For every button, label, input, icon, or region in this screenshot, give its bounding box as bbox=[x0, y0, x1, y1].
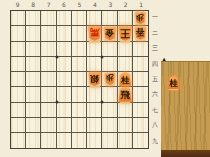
cell-16[interactable] bbox=[133, 87, 148, 103]
cell-72[interactable] bbox=[41, 26, 56, 42]
piece-kanji: 歩 bbox=[136, 14, 144, 23]
cell-69[interactable] bbox=[57, 133, 72, 148]
cell-52[interactable] bbox=[72, 26, 87, 42]
cell-44[interactable] bbox=[87, 57, 102, 72]
cell-93[interactable] bbox=[11, 42, 26, 57]
cell-51[interactable] bbox=[72, 11, 87, 26]
piece-kanji: 王 bbox=[120, 28, 130, 40]
piece-kanji: 香 bbox=[136, 28, 145, 38]
rank-label-4: 四 bbox=[150, 56, 160, 71]
cell-54[interactable] bbox=[72, 57, 87, 72]
cell-49[interactable] bbox=[87, 133, 102, 148]
cell-88[interactable] bbox=[26, 118, 41, 133]
cell-43[interactable] bbox=[87, 42, 102, 57]
piece-silver-4五[interactable]: 銀 bbox=[88, 72, 102, 87]
cell-98[interactable] bbox=[11, 118, 26, 133]
file-label-4: 4 bbox=[87, 0, 102, 9]
cell-96[interactable] bbox=[11, 87, 26, 103]
cell-68[interactable] bbox=[57, 118, 72, 133]
cell-56[interactable] bbox=[72, 87, 87, 103]
cell-67[interactable] bbox=[57, 103, 72, 118]
piece-rook-2六[interactable]: 飛 bbox=[118, 87, 133, 103]
piece-kanji: 銀 bbox=[90, 74, 99, 85]
cell-14[interactable] bbox=[133, 57, 148, 72]
cell-21[interactable] bbox=[118, 11, 133, 26]
piece-kanji: 歩 bbox=[106, 74, 114, 83]
piece-gold-3二[interactable]: 金 bbox=[103, 27, 117, 42]
piece-face: 飛 bbox=[118, 87, 133, 102]
file-label-2: 2 bbox=[118, 0, 133, 9]
cell-53[interactable] bbox=[72, 42, 87, 57]
piece-king-2二[interactable]: 王 bbox=[118, 26, 133, 42]
cell-37[interactable] bbox=[102, 103, 117, 118]
cell-24[interactable] bbox=[118, 57, 133, 72]
cell-36[interactable] bbox=[102, 87, 117, 103]
cell-84[interactable] bbox=[26, 57, 41, 72]
rank-label-1: 一 bbox=[150, 10, 160, 25]
cell-63[interactable] bbox=[57, 42, 72, 57]
cell-64[interactable] bbox=[57, 57, 72, 72]
cell-33[interactable] bbox=[102, 42, 117, 57]
file-label-8: 8 bbox=[25, 0, 40, 9]
cell-59[interactable] bbox=[72, 133, 87, 148]
hand-pieces: 桂 bbox=[167, 76, 180, 90]
cell-97[interactable] bbox=[11, 103, 26, 118]
file-label-3: 3 bbox=[103, 0, 118, 9]
cell-73[interactable] bbox=[41, 42, 56, 57]
piece-promoted-bishop-4二[interactable]: 馬 bbox=[87, 26, 102, 42]
cell-41[interactable] bbox=[87, 11, 102, 26]
cell-19[interactable] bbox=[133, 133, 148, 148]
cell-76[interactable] bbox=[41, 87, 56, 103]
cell-87[interactable] bbox=[26, 103, 41, 118]
rank-label-9: 九 bbox=[150, 134, 160, 149]
piece-kanji: 桂 bbox=[121, 74, 130, 84]
cell-83[interactable] bbox=[26, 42, 41, 57]
file-label-7: 7 bbox=[41, 0, 56, 9]
cell-99[interactable] bbox=[11, 133, 26, 148]
cell-61[interactable] bbox=[57, 11, 72, 26]
cell-13[interactable] bbox=[133, 42, 148, 57]
cell-79[interactable] bbox=[41, 133, 56, 148]
rank-label-3: 三 bbox=[150, 41, 160, 56]
cell-58[interactable] bbox=[72, 118, 87, 133]
file-label-5: 5 bbox=[72, 0, 87, 9]
piece-knight-2五[interactable]: 桂 bbox=[119, 72, 132, 86]
file-label-9: 9 bbox=[10, 0, 25, 9]
piece-kanji: 飛 bbox=[120, 89, 130, 100]
file-labels: 9 8 7 6 5 4 3 2 1 bbox=[10, 0, 149, 9]
rank-label-7: 七 bbox=[150, 103, 160, 118]
cell-78[interactable] bbox=[41, 118, 56, 133]
cell-65[interactable] bbox=[57, 72, 72, 87]
cell-71[interactable] bbox=[41, 11, 56, 26]
cell-17[interactable] bbox=[133, 103, 148, 118]
cell-92[interactable] bbox=[11, 26, 26, 42]
cell-46[interactable] bbox=[87, 87, 102, 103]
komadai-front-edge bbox=[161, 150, 210, 157]
cell-34[interactable] bbox=[102, 57, 117, 72]
cell-66[interactable] bbox=[57, 87, 72, 103]
cell-95[interactable] bbox=[11, 72, 26, 87]
piece-knight[interactable]: 桂 bbox=[167, 76, 180, 90]
file-label-6: 6 bbox=[56, 0, 71, 9]
cell-89[interactable] bbox=[26, 133, 41, 148]
cell-27[interactable] bbox=[118, 103, 133, 118]
shogi-board: 歩馬金王香銀歩桂飛 bbox=[10, 10, 149, 149]
cell-75[interactable] bbox=[41, 72, 56, 87]
komadai-piece-stand: 桂 bbox=[161, 61, 210, 157]
cell-39[interactable] bbox=[102, 133, 117, 148]
board-area: 歩馬金王香銀歩桂飛 bbox=[10, 10, 149, 149]
cell-48[interactable] bbox=[87, 118, 102, 133]
cell-85[interactable] bbox=[26, 72, 41, 87]
rank-label-5: 五 bbox=[150, 72, 160, 87]
cell-94[interactable] bbox=[11, 57, 26, 72]
piece-kanji: 馬 bbox=[90, 28, 100, 39]
cell-57[interactable] bbox=[72, 103, 87, 118]
piece-face: 桂 bbox=[167, 76, 180, 89]
cell-77[interactable] bbox=[41, 103, 56, 118]
cell-31[interactable] bbox=[102, 11, 117, 26]
rank-label-6: 六 bbox=[150, 87, 160, 102]
cell-28[interactable] bbox=[118, 118, 133, 133]
piece-kanji: 金 bbox=[105, 28, 114, 39]
cell-62[interactable] bbox=[57, 26, 72, 42]
cell-82[interactable] bbox=[26, 26, 41, 42]
cell-47[interactable] bbox=[87, 103, 102, 118]
cell-29[interactable] bbox=[118, 133, 133, 148]
rank-label-2: 二 bbox=[150, 25, 160, 40]
cell-18[interactable] bbox=[133, 118, 148, 133]
piece-face: 桂 bbox=[119, 72, 132, 85]
cell-81[interactable] bbox=[26, 11, 41, 26]
cell-86[interactable] bbox=[26, 87, 41, 103]
piece-kanji: 桂 bbox=[169, 78, 178, 88]
piece-pawn-1一[interactable]: 歩 bbox=[135, 12, 147, 25]
piece-lance-1二[interactable]: 香 bbox=[134, 27, 147, 41]
rank-label-8: 八 bbox=[150, 118, 160, 133]
cell-91[interactable] bbox=[11, 11, 26, 26]
rank-labels: 一 二 三 四 五 六 七 八 九 bbox=[150, 10, 160, 149]
cell-38[interactable] bbox=[102, 118, 117, 133]
cell-15[interactable] bbox=[133, 72, 148, 87]
piece-pawn-3五[interactable]: 歩 bbox=[104, 73, 116, 86]
cell-23[interactable] bbox=[118, 42, 133, 57]
shogi-diagram: 9 8 7 6 5 4 3 2 1 歩馬金王香銀歩桂飛 一 二 三 四 五 六 … bbox=[0, 0, 210, 157]
file-label-1: 1 bbox=[134, 0, 149, 9]
cell-55[interactable] bbox=[72, 72, 87, 87]
cell-74[interactable] bbox=[41, 57, 56, 72]
